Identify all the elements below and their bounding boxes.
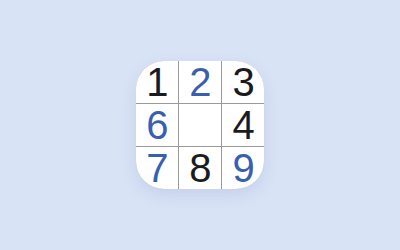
cell-r1c1 xyxy=(179,104,221,146)
cell-r0c2: 3 xyxy=(222,61,264,103)
cell-r1c2: 4 xyxy=(222,104,264,146)
page-background: 12364789 xyxy=(0,0,400,250)
sudoku-app-icon[interactable]: 12364789 xyxy=(136,61,264,189)
sudoku-grid: 12364789 xyxy=(136,61,264,189)
cell-r0c1: 2 xyxy=(179,61,221,103)
cell-r1c0: 6 xyxy=(136,104,178,146)
cell-r2c0: 7 xyxy=(136,147,178,189)
cell-r0c0: 1 xyxy=(136,61,178,103)
cell-r2c2: 9 xyxy=(222,147,264,189)
cell-r2c1: 8 xyxy=(179,147,221,189)
